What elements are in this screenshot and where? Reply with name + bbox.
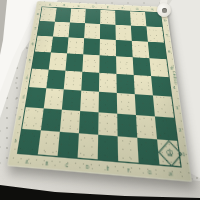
- square-c6[interactable]: [67, 37, 84, 54]
- square-d6[interactable]: [83, 38, 100, 55]
- square-f7[interactable]: [115, 25, 131, 41]
- chess-board: ABCDEFGH ABCDEFGH 87654321 87654321 © CH…: [7, 1, 192, 182]
- square-c1[interactable]: [58, 132, 79, 158]
- square-f4[interactable]: [116, 74, 134, 94]
- square-g8[interactable]: [130, 11, 146, 26]
- square-f3[interactable]: [117, 93, 136, 115]
- square-h7[interactable]: [146, 26, 164, 42]
- square-g7[interactable]: [131, 26, 148, 42]
- square-e1[interactable]: [98, 135, 118, 161]
- square-b6[interactable]: [51, 37, 69, 54]
- square-e7[interactable]: [100, 24, 116, 40]
- square-h6[interactable]: [148, 42, 166, 60]
- square-c4[interactable]: [64, 71, 83, 91]
- square-e6[interactable]: [100, 39, 116, 56]
- grommet: [157, 3, 171, 17]
- square-b5[interactable]: [49, 52, 67, 70]
- square-f8[interactable]: [115, 11, 131, 26]
- square-c3[interactable]: [62, 89, 81, 111]
- square-d4[interactable]: [81, 72, 99, 92]
- square-d2[interactable]: [79, 111, 99, 135]
- square-b7[interactable]: [53, 22, 70, 38]
- square-g4[interactable]: [134, 75, 153, 95]
- coord-label: D: [77, 161, 98, 172]
- square-g6[interactable]: [132, 41, 150, 58]
- board-frame: [17, 6, 182, 167]
- square-c5[interactable]: [65, 53, 83, 71]
- coord-label: G: [139, 166, 161, 177]
- square-b3[interactable]: [44, 88, 64, 109]
- square-d1[interactable]: [78, 133, 99, 159]
- square-h4[interactable]: [151, 76, 171, 97]
- coord-label: C: [56, 159, 77, 170]
- coord-label: H: [160, 168, 182, 179]
- square-f2[interactable]: [117, 114, 137, 138]
- crown-icon: ♔: [166, 148, 175, 159]
- square-h2[interactable]: [155, 116, 177, 140]
- square-c7[interactable]: [69, 22, 85, 38]
- square-d3[interactable]: [80, 91, 99, 113]
- square-b1[interactable]: [38, 130, 60, 156]
- square-h3[interactable]: [153, 95, 174, 117]
- square-b4[interactable]: [46, 70, 65, 90]
- square-h5[interactable]: [149, 58, 168, 77]
- square-d8[interactable]: [85, 9, 100, 24]
- square-g5[interactable]: [133, 57, 151, 76]
- square-f1[interactable]: [118, 136, 139, 162]
- square-b8[interactable]: [55, 8, 71, 23]
- square-d7[interactable]: [84, 23, 100, 39]
- coord-label: B: [36, 157, 57, 168]
- square-b2[interactable]: [41, 108, 62, 131]
- coord-label: F: [118, 164, 139, 175]
- coord-label: A: [16, 156, 37, 167]
- square-f6[interactable]: [116, 40, 133, 57]
- square-g2[interactable]: [136, 115, 157, 139]
- square-d5[interactable]: [82, 54, 99, 72]
- square-e3[interactable]: [99, 92, 118, 114]
- grommet-hole-icon: [162, 8, 167, 13]
- square-g3[interactable]: [135, 94, 155, 116]
- board-grid: [18, 7, 180, 166]
- square-c2[interactable]: [60, 110, 80, 134]
- square-e8[interactable]: [100, 10, 115, 25]
- square-e4[interactable]: [99, 73, 117, 93]
- square-c8[interactable]: [70, 9, 86, 24]
- photo-scene: ABCDEFGH ABCDEFGH 87654321 87654321 © CH…: [0, 0, 200, 200]
- square-f5[interactable]: [116, 56, 134, 75]
- coord-label: E: [98, 163, 119, 174]
- square-e2[interactable]: [98, 112, 117, 136]
- square-g1[interactable]: [137, 138, 159, 165]
- square-e5[interactable]: [99, 55, 116, 74]
